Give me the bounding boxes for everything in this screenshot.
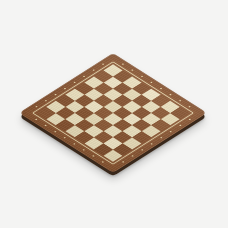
coordinate-dot	[45, 100, 48, 102]
board-grid	[37, 64, 190, 161]
coordinate-dot	[64, 137, 67, 139]
coordinate-dot	[35, 106, 38, 108]
coordinate-dot	[64, 88, 67, 90]
coordinate-dot	[169, 94, 172, 96]
coordinate-dot	[54, 131, 57, 133]
coordinate-dot	[141, 75, 144, 77]
coordinate-dot	[54, 94, 57, 96]
coordinate-dot	[188, 106, 191, 108]
coordinate-dot	[73, 143, 76, 145]
coordinate-dot	[102, 161, 105, 163]
coordinate-dot	[150, 81, 153, 83]
coordinate-dot	[73, 81, 76, 83]
coordinate-dot	[141, 149, 144, 151]
chess-board	[19, 53, 207, 173]
coordinate-dot	[131, 69, 134, 71]
coordinate-dot	[150, 143, 153, 145]
coordinate-dot	[188, 119, 191, 121]
coordinate-dot	[92, 69, 95, 71]
coordinate-dot	[92, 155, 95, 157]
coordinate-dot	[131, 155, 134, 157]
coordinate-dot	[45, 125, 48, 127]
coordinate-dot	[122, 161, 125, 163]
coordinate-dot	[35, 119, 38, 121]
coordinate-dot	[83, 149, 86, 151]
coordinate-dot	[160, 88, 163, 90]
product-photo-scene	[0, 0, 228, 228]
coordinate-dot	[179, 100, 182, 102]
coordinate-dot	[179, 125, 182, 127]
coordinate-dot	[83, 75, 86, 77]
coordinate-dot	[122, 63, 125, 65]
coordinate-dot	[160, 137, 163, 139]
coordinate-dot	[169, 131, 172, 133]
coordinate-dot	[102, 63, 105, 65]
